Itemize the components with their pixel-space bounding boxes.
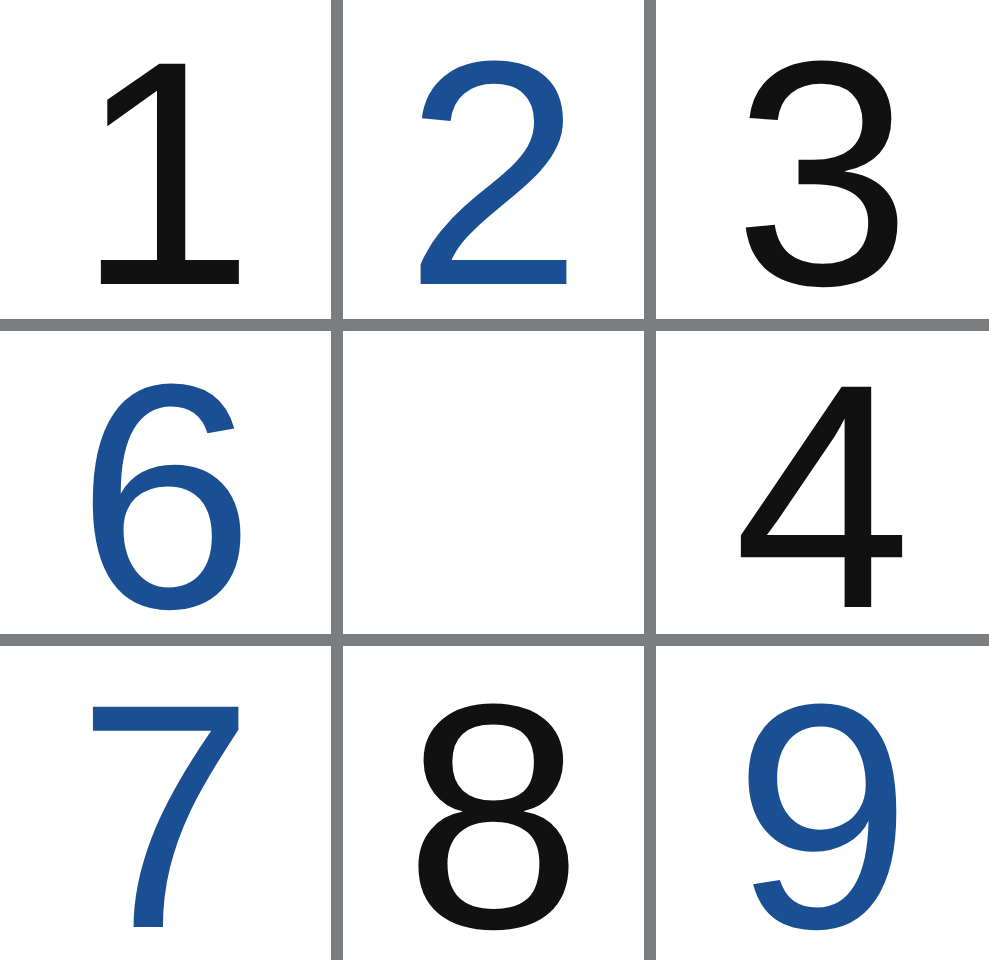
sudoku-cell-r0c1[interactable]: 2: [343, 0, 644, 319]
sudoku-board: 1 2 3 6 4 7 8 9: [0, 0, 989, 960]
sudoku-cell-r0c0[interactable]: 1: [0, 0, 331, 319]
sudoku-cell-r2c2[interactable]: 9: [656, 646, 989, 960]
cell-digit: 1: [77, 13, 255, 320]
sudoku-cell-r1c1[interactable]: [343, 331, 644, 634]
cell-digit: 9: [734, 656, 912, 960]
sudoku-cell-r1c2[interactable]: 4: [656, 331, 989, 634]
cell-digit: 2: [405, 13, 583, 320]
cell-digit: 6: [77, 336, 255, 635]
cell-digit: 3: [734, 13, 912, 320]
sudoku-cell-r1c0[interactable]: 6: [0, 331, 331, 634]
sudoku-cell-r2c1[interactable]: 8: [343, 646, 644, 960]
sudoku-cell-r2c0[interactable]: 7: [0, 646, 331, 960]
cell-digit: 7: [77, 656, 255, 960]
cell-digit: 4: [734, 336, 912, 635]
sudoku-cell-r0c2[interactable]: 3: [656, 0, 989, 319]
cell-digit: 8: [405, 656, 583, 960]
